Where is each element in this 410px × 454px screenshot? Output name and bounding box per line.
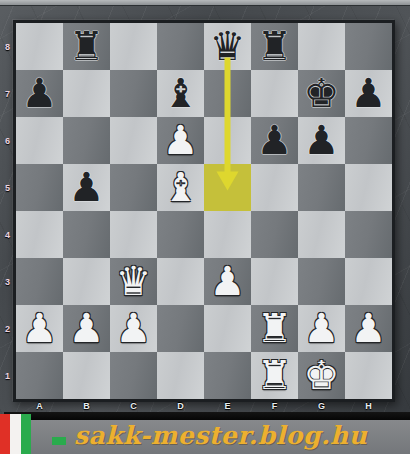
square-h4[interactable] bbox=[345, 211, 392, 258]
square-f6[interactable]: ♟ bbox=[251, 117, 298, 164]
flag-logo bbox=[0, 414, 31, 454]
square-a8[interactable] bbox=[16, 23, 63, 70]
square-c3[interactable]: ♛ bbox=[110, 258, 157, 305]
rank-label-7: 7 bbox=[2, 70, 13, 117]
square-d5[interactable]: ♝ bbox=[157, 164, 204, 211]
square-c7[interactable] bbox=[110, 70, 157, 117]
file-label-e: E bbox=[204, 400, 251, 412]
file-labels: ABCDEFGH bbox=[16, 400, 392, 412]
piece-bP-f6[interactable]: ♟ bbox=[257, 118, 293, 163]
square-h2[interactable]: ♟ bbox=[345, 305, 392, 352]
piece-bR-b8[interactable]: ♜ bbox=[69, 24, 105, 69]
piece-bR-f8[interactable]: ♜ bbox=[257, 24, 293, 69]
piece-bP-g6[interactable]: ♟ bbox=[304, 118, 340, 163]
square-h1[interactable] bbox=[345, 352, 392, 399]
square-g1[interactable]: ♚ bbox=[298, 352, 345, 399]
square-b3[interactable] bbox=[63, 258, 110, 305]
piece-wB-d5[interactable]: ♝ bbox=[163, 165, 199, 210]
square-f2[interactable]: ♜ bbox=[251, 305, 298, 352]
square-a2[interactable]: ♟ bbox=[16, 305, 63, 352]
piece-wP-a2[interactable]: ♟ bbox=[22, 306, 58, 351]
rank-label-3: 3 bbox=[2, 258, 13, 305]
square-f4[interactable] bbox=[251, 211, 298, 258]
square-d8[interactable] bbox=[157, 23, 204, 70]
square-c4[interactable] bbox=[110, 211, 157, 258]
square-e6[interactable] bbox=[204, 117, 251, 164]
square-d3[interactable] bbox=[157, 258, 204, 305]
piece-wP-e3[interactable]: ♟ bbox=[210, 259, 246, 304]
piece-wR-f2[interactable]: ♜ bbox=[257, 306, 293, 351]
file-label-f: F bbox=[251, 400, 298, 412]
rank-label-2: 2 bbox=[2, 305, 13, 352]
chess-board: ♜♛♜♟♝♚♟♟♟♟♟♝♛♟♟♟♟♜♟♟♜♚ bbox=[16, 23, 392, 399]
square-e3[interactable]: ♟ bbox=[204, 258, 251, 305]
square-d1[interactable] bbox=[157, 352, 204, 399]
piece-wP-b2[interactable]: ♟ bbox=[69, 306, 105, 351]
square-e4[interactable] bbox=[204, 211, 251, 258]
piece-wK-g1[interactable]: ♚ bbox=[304, 353, 340, 398]
piece-bK-g7[interactable]: ♚ bbox=[304, 71, 340, 116]
square-b5[interactable]: ♟ bbox=[63, 164, 110, 211]
file-label-d: D bbox=[157, 400, 204, 412]
square-b7[interactable] bbox=[63, 70, 110, 117]
square-h3[interactable] bbox=[345, 258, 392, 305]
rank-label-8: 8 bbox=[2, 23, 13, 70]
file-label-b: B bbox=[63, 400, 110, 412]
square-a3[interactable] bbox=[16, 258, 63, 305]
piece-wP-d6[interactable]: ♟ bbox=[163, 118, 199, 163]
square-h7[interactable]: ♟ bbox=[345, 70, 392, 117]
square-e2[interactable] bbox=[204, 305, 251, 352]
flag-stripe-white bbox=[10, 414, 20, 454]
square-b2[interactable]: ♟ bbox=[63, 305, 110, 352]
rank-labels: 87654321 bbox=[2, 23, 13, 399]
piece-bP-a7[interactable]: ♟ bbox=[22, 71, 58, 116]
square-g2[interactable]: ♟ bbox=[298, 305, 345, 352]
file-label-h: H bbox=[345, 400, 392, 412]
square-b6[interactable] bbox=[63, 117, 110, 164]
flag-stripe-green bbox=[21, 414, 31, 454]
square-b4[interactable] bbox=[63, 211, 110, 258]
piece-wR-f1[interactable]: ♜ bbox=[257, 353, 293, 398]
square-g3[interactable] bbox=[298, 258, 345, 305]
square-e1[interactable] bbox=[204, 352, 251, 399]
square-c8[interactable] bbox=[110, 23, 157, 70]
square-f1[interactable]: ♜ bbox=[251, 352, 298, 399]
square-c5[interactable] bbox=[110, 164, 157, 211]
rank-label-1: 1 bbox=[2, 352, 13, 399]
green-chip-logo bbox=[52, 437, 66, 445]
square-e7[interactable] bbox=[204, 70, 251, 117]
square-a6[interactable] bbox=[16, 117, 63, 164]
square-b1[interactable] bbox=[63, 352, 110, 399]
divider-bar bbox=[4, 412, 410, 420]
piece-bB-d7[interactable]: ♝ bbox=[163, 71, 199, 116]
piece-bQ-e8[interactable]: ♛ bbox=[210, 24, 246, 69]
square-e8[interactable]: ♛ bbox=[204, 23, 251, 70]
square-a5[interactable] bbox=[16, 164, 63, 211]
square-e5[interactable] bbox=[204, 164, 251, 211]
piece-bP-h7[interactable]: ♟ bbox=[351, 71, 387, 116]
square-f8[interactable]: ♜ bbox=[251, 23, 298, 70]
square-f7[interactable] bbox=[251, 70, 298, 117]
square-f5[interactable] bbox=[251, 164, 298, 211]
file-label-g: G bbox=[298, 400, 345, 412]
piece-bP-b5[interactable]: ♟ bbox=[69, 165, 105, 210]
square-a1[interactable] bbox=[16, 352, 63, 399]
piece-wP-g2[interactable]: ♟ bbox=[304, 306, 340, 351]
square-d6[interactable]: ♟ bbox=[157, 117, 204, 164]
square-d2[interactable] bbox=[157, 305, 204, 352]
square-a7[interactable]: ♟ bbox=[16, 70, 63, 117]
rank-label-4: 4 bbox=[2, 211, 13, 258]
square-g7[interactable]: ♚ bbox=[298, 70, 345, 117]
file-label-c: C bbox=[110, 400, 157, 412]
square-g5[interactable] bbox=[298, 164, 345, 211]
screenshot-root: { "game": "chess", "position": "1r2qr2/p… bbox=[0, 0, 410, 454]
square-c6[interactable] bbox=[110, 117, 157, 164]
top-edge-strip bbox=[0, 0, 410, 6]
square-f3[interactable] bbox=[251, 258, 298, 305]
blog-watermark: sakk-mester.blog.hu bbox=[74, 420, 374, 452]
square-g8[interactable] bbox=[298, 23, 345, 70]
square-c2[interactable]: ♟ bbox=[110, 305, 157, 352]
square-a4[interactable] bbox=[16, 211, 63, 258]
square-g4[interactable] bbox=[298, 211, 345, 258]
piece-wP-c2[interactable]: ♟ bbox=[116, 306, 152, 351]
rank-label-6: 6 bbox=[2, 117, 13, 164]
square-b8[interactable]: ♜ bbox=[63, 23, 110, 70]
piece-wP-h2[interactable]: ♟ bbox=[351, 306, 387, 351]
rank-label-5: 5 bbox=[2, 164, 13, 211]
square-c1[interactable] bbox=[110, 352, 157, 399]
square-d4[interactable] bbox=[157, 211, 204, 258]
square-h5[interactable] bbox=[345, 164, 392, 211]
file-label-a: A bbox=[16, 400, 63, 412]
square-h6[interactable] bbox=[345, 117, 392, 164]
flag-stripe-red bbox=[0, 414, 10, 454]
square-g6[interactable]: ♟ bbox=[298, 117, 345, 164]
square-d7[interactable]: ♝ bbox=[157, 70, 204, 117]
piece-wQ-c3[interactable]: ♛ bbox=[116, 259, 152, 304]
square-h8[interactable] bbox=[345, 23, 392, 70]
